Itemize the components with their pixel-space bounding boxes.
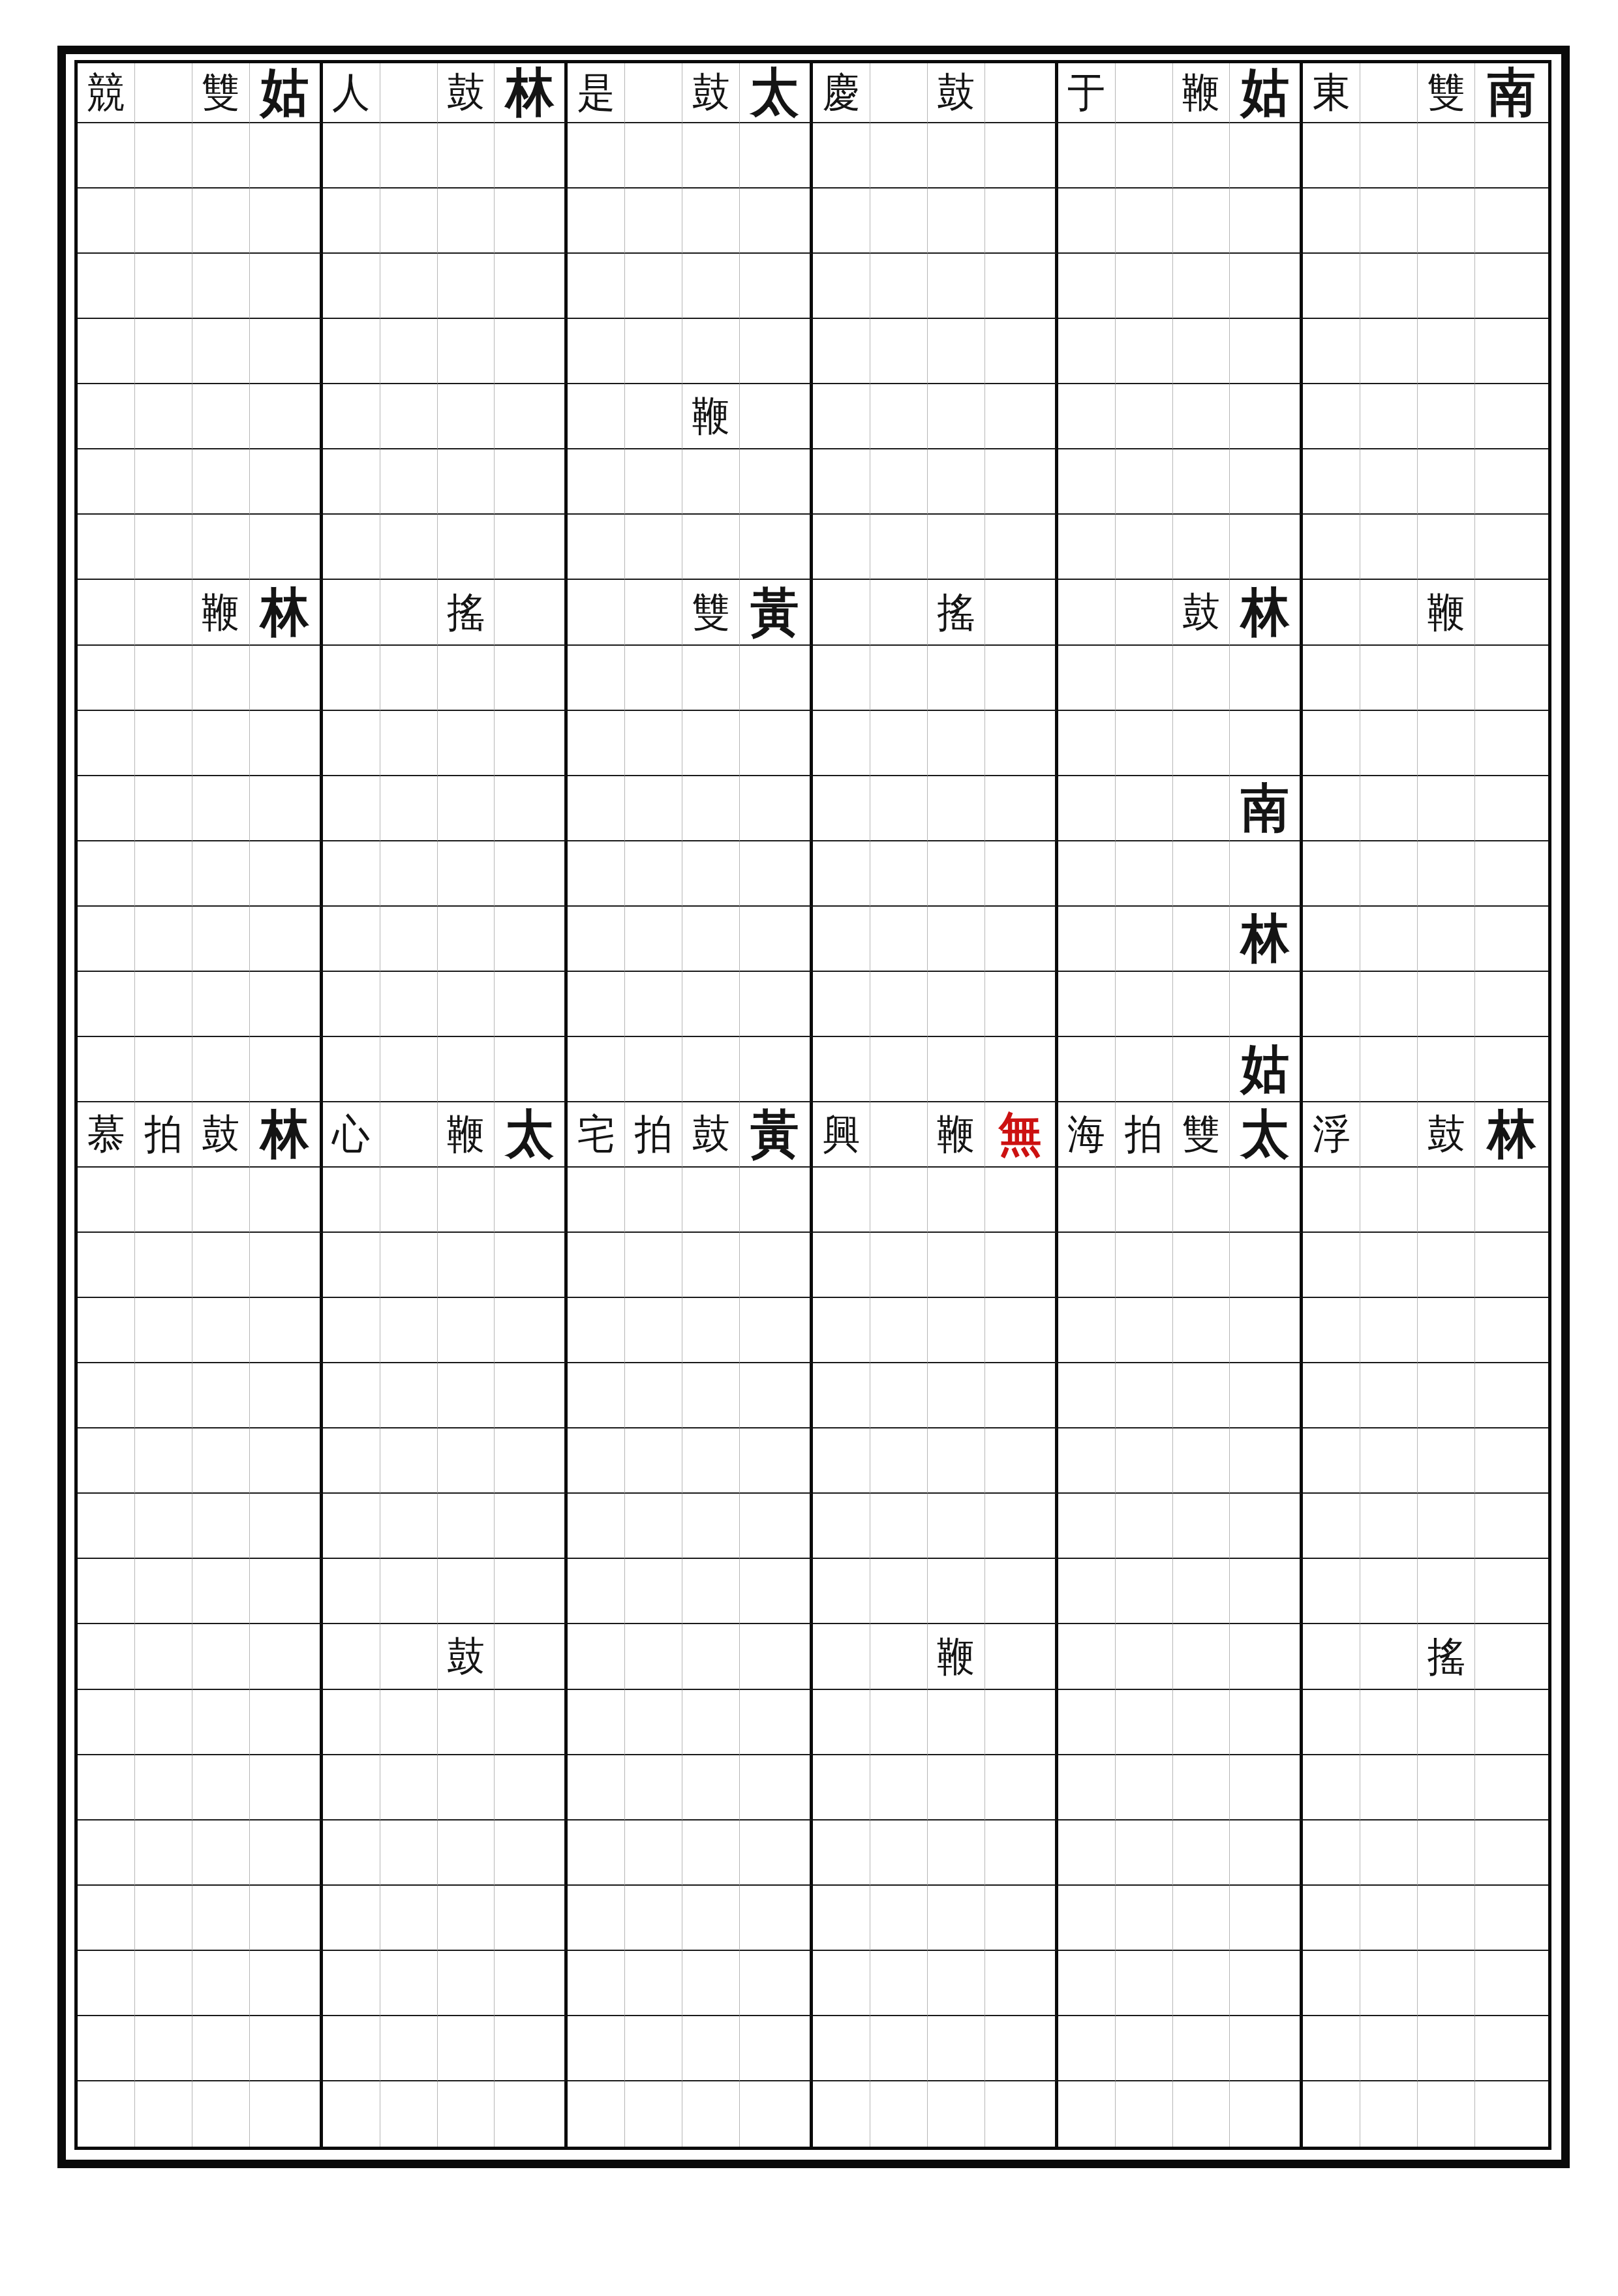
- grid-cell-r18c8: [495, 1168, 568, 1233]
- grid-cell-r19c19: [1173, 1233, 1230, 1298]
- grid-cell-r32c13: [813, 2081, 870, 2147]
- grid-cell-r4c21: [1303, 254, 1360, 319]
- grid-cell-r3c4: [250, 189, 323, 254]
- grid-cell-r20c18: [1116, 1298, 1173, 1363]
- grid-cell-r20c4: [250, 1298, 323, 1363]
- grid-cell-r25c18: [1116, 1624, 1173, 1689]
- grid-cell-r26c11: [682, 1690, 740, 1755]
- grid-cell-r7c16: [985, 449, 1058, 515]
- grid-cell-r32c9: [568, 2081, 625, 2147]
- grid-cell-r24c16: [985, 1559, 1058, 1624]
- grid-cell-r25c3: [192, 1624, 250, 1689]
- grid-cell-r23c23: [1418, 1494, 1475, 1559]
- grid-cell-r19c2: [135, 1233, 192, 1298]
- grid-cell-r10c11: [682, 646, 740, 711]
- grid-cell-r21c13: [813, 1363, 870, 1428]
- score-character: 姑: [260, 67, 309, 119]
- grid-cell-r10c12: [740, 646, 813, 711]
- grid-cell-r20c19: [1173, 1298, 1230, 1363]
- grid-cell-r21c23: [1418, 1363, 1475, 1428]
- grid-cell-r23c12: [740, 1494, 813, 1559]
- grid-cell-r25c11: [682, 1624, 740, 1689]
- grid-cell-r8c15: [928, 515, 985, 580]
- grid-cell-r30c3: [192, 1951, 250, 2016]
- grid-cell-r21c10: [625, 1363, 682, 1428]
- grid-cell-r32c15: [928, 2081, 985, 2147]
- grid-cell-r11c2: [135, 711, 192, 776]
- grid-cell-r9c17: [1058, 580, 1116, 645]
- grid-cell-r12c19: [1173, 776, 1230, 841]
- grid-cell-r16c6: [380, 1037, 438, 1102]
- grid-cell-r30c22: [1360, 1951, 1418, 2016]
- grid-cell-r18c12: [740, 1168, 813, 1233]
- grid-cell-r26c9: [568, 1690, 625, 1755]
- grid-cell-r18c4: [250, 1168, 323, 1233]
- grid-cell-r26c17: [1058, 1690, 1116, 1755]
- grid-cell-r6c2: [135, 384, 192, 449]
- grid-cell-r29c23: [1418, 1886, 1475, 1951]
- grid-cell-r8c19: [1173, 515, 1230, 580]
- grid-cell-r3c9: [568, 189, 625, 254]
- grid-cell-r14c24: [1475, 907, 1548, 972]
- grid-cell-r2c3: [192, 123, 250, 189]
- score-character: 鞭: [937, 1114, 975, 1155]
- grid-cell-r21c20: [1230, 1363, 1303, 1428]
- grid-cell-r4c1: [78, 254, 135, 319]
- grid-cell-r26c16: [985, 1690, 1058, 1755]
- grid-cell-r21c15: [928, 1363, 985, 1428]
- grid-cell-r13c4: [250, 841, 323, 907]
- grid-cell-r27c6: [380, 1755, 438, 1820]
- grid-cell-r18c1: [78, 1168, 135, 1233]
- grid-cell-r30c10: [625, 1951, 682, 2016]
- grid-cell-r8c22: [1360, 515, 1418, 580]
- grid-cell-r25c24: [1475, 1624, 1548, 1689]
- grid-cell-r27c15: [928, 1755, 985, 1820]
- grid-cell-r3c15: [928, 189, 985, 254]
- grid-cell-r32c7: [438, 2081, 495, 2147]
- grid-cell-r7c19: [1173, 449, 1230, 515]
- grid-cell-r30c16: [985, 1951, 1058, 2016]
- grid-cell-r4c13: [813, 254, 870, 319]
- grid-cell-r3c12: [740, 189, 813, 254]
- grid-cell-r31c10: [625, 2016, 682, 2081]
- grid-cell-r7c9: [568, 449, 625, 515]
- grid-cell-r24c15: [928, 1559, 985, 1624]
- grid-cell-r16c2: [135, 1037, 192, 1102]
- grid-cell-r25c15: 鞭: [928, 1624, 985, 1689]
- grid-cell-r14c4: [250, 907, 323, 972]
- score-character: 黃: [751, 1108, 799, 1160]
- grid-cell-r2c13: [813, 123, 870, 189]
- grid-cell-r1c4: 姑: [250, 63, 323, 123]
- grid-cell-r27c10: [625, 1755, 682, 1820]
- grid-cell-r3c18: [1116, 189, 1173, 254]
- grid-cell-r21c5: [323, 1363, 380, 1428]
- grid-cell-r32c5: [323, 2081, 380, 2147]
- grid-cell-r31c8: [495, 2016, 568, 2081]
- score-character: 雙: [1182, 1114, 1220, 1155]
- grid-cell-r32c19: [1173, 2081, 1230, 2147]
- grid-cell-r7c7: [438, 449, 495, 515]
- grid-cell-r31c13: [813, 2016, 870, 2081]
- grid-cell-r24c1: [78, 1559, 135, 1624]
- grid-cell-r14c15: [928, 907, 985, 972]
- grid-cell-r29c8: [495, 1886, 568, 1951]
- grid-cell-r3c10: [625, 189, 682, 254]
- grid-cell-r30c11: [682, 1951, 740, 2016]
- grid-cell-r27c14: [870, 1755, 928, 1820]
- grid-cell-r31c24: [1475, 2016, 1548, 2081]
- grid-cell-r12c6: [380, 776, 438, 841]
- grid-cell-r3c17: [1058, 189, 1116, 254]
- grid-cell-r13c1: [78, 841, 135, 907]
- grid-cell-r30c4: [250, 1951, 323, 2016]
- grid-cell-r22c4: [250, 1428, 323, 1494]
- grid-cell-r14c19: [1173, 907, 1230, 972]
- grid-cell-r10c4: [250, 646, 323, 711]
- grid-cell-r15c10: [625, 972, 682, 1037]
- grid-cell-r5c23: [1418, 319, 1475, 384]
- grid-cell-r14c22: [1360, 907, 1418, 972]
- grid-cell-r4c10: [625, 254, 682, 319]
- grid-cell-r1c3: 雙: [192, 63, 250, 123]
- grid-cell-r12c13: [813, 776, 870, 841]
- grid-cell-r5c21: [1303, 319, 1360, 384]
- grid-cell-r5c1: [78, 319, 135, 384]
- grid-cell-r22c3: [192, 1428, 250, 1494]
- grid-cell-r1c7: 鼓: [438, 63, 495, 123]
- grid-cell-r26c14: [870, 1690, 928, 1755]
- grid-cell-r23c14: [870, 1494, 928, 1559]
- grid-cell-r16c3: [192, 1037, 250, 1102]
- grid-cell-r10c13: [813, 646, 870, 711]
- grid-cell-r30c14: [870, 1951, 928, 2016]
- grid-cell-r9c11: 雙: [682, 580, 740, 645]
- grid-cell-r26c12: [740, 1690, 813, 1755]
- grid-cell-r1c20: 姑: [1230, 63, 1303, 123]
- grid-cell-r14c7: [438, 907, 495, 972]
- score-character: 林: [1241, 913, 1289, 965]
- score-character: 鞭: [1427, 592, 1465, 633]
- grid-cell-r25c16: [985, 1624, 1058, 1689]
- grid-cell-r7c2: [135, 449, 192, 515]
- grid-cell-r29c19: [1173, 1886, 1230, 1951]
- grid-cell-r10c18: [1116, 646, 1173, 711]
- grid-cell-r7c21: [1303, 449, 1360, 515]
- grid-cell-r14c1: [78, 907, 135, 972]
- grid-cell-r6c8: [495, 384, 568, 449]
- grid-cell-r28c21: [1303, 1820, 1360, 1886]
- grid-cell-r14c23: [1418, 907, 1475, 972]
- grid-cell-r28c8: [495, 1820, 568, 1886]
- grid-cell-r1c16: [985, 63, 1058, 123]
- grid-cell-r15c6: [380, 972, 438, 1037]
- grid-cell-r9c21: [1303, 580, 1360, 645]
- grid-cell-r24c3: [192, 1559, 250, 1624]
- grid-cell-r8c11: [682, 515, 740, 580]
- grid-cell-r2c5: [323, 123, 380, 189]
- grid-cell-r10c15: [928, 646, 985, 711]
- grid-cell-r9c2: [135, 580, 192, 645]
- grid-cell-r7c6: [380, 449, 438, 515]
- grid-cell-r24c12: [740, 1559, 813, 1624]
- score-character: 慶: [822, 72, 860, 113]
- grid-cell-r6c16: [985, 384, 1058, 449]
- grid-cell-r16c10: [625, 1037, 682, 1102]
- grid-cell-r11c9: [568, 711, 625, 776]
- grid-cell-r16c4: [250, 1037, 323, 1102]
- grid-cell-r32c3: [192, 2081, 250, 2147]
- grid-cell-r26c15: [928, 1690, 985, 1755]
- grid-cell-r25c12: [740, 1624, 813, 1689]
- grid-cell-r31c20: [1230, 2016, 1303, 2081]
- grid-cell-r17c5: 心: [323, 1102, 380, 1168]
- grid-cell-r23c10: [625, 1494, 682, 1559]
- grid-cell-r8c24: [1475, 515, 1548, 580]
- grid-cell-r2c4: [250, 123, 323, 189]
- grid-cell-r11c14: [870, 711, 928, 776]
- grid-cell-r15c11: [682, 972, 740, 1037]
- grid-cell-r32c12: [740, 2081, 813, 2147]
- grid-cell-r16c15: [928, 1037, 985, 1102]
- grid-cell-r28c15: [928, 1820, 985, 1886]
- grid-cell-r18c15: [928, 1168, 985, 1233]
- grid-cell-r26c19: [1173, 1690, 1230, 1755]
- grid-cell-r10c9: [568, 646, 625, 711]
- score-character: 雙: [202, 72, 239, 113]
- grid-cell-r13c8: [495, 841, 568, 907]
- grid-cell-r6c17: [1058, 384, 1116, 449]
- score-character: 雙: [692, 592, 730, 633]
- grid-cell-r3c24: [1475, 189, 1548, 254]
- grid-cell-r26c23: [1418, 1690, 1475, 1755]
- grid-cell-r11c10: [625, 711, 682, 776]
- grid-cell-r5c19: [1173, 319, 1230, 384]
- grid-cell-r27c22: [1360, 1755, 1418, 1820]
- grid-cell-r16c23: [1418, 1037, 1475, 1102]
- grid-cell-r32c4: [250, 2081, 323, 2147]
- grid-cell-r28c7: [438, 1820, 495, 1886]
- grid-cell-r13c10: [625, 841, 682, 907]
- grid-cell-r5c3: [192, 319, 250, 384]
- grid-cell-r16c20: 姑: [1230, 1037, 1303, 1102]
- grid-cell-r25c22: [1360, 1624, 1418, 1689]
- grid-cell-r16c7: [438, 1037, 495, 1102]
- grid-cell-r6c5: [323, 384, 380, 449]
- grid-cell-r3c22: [1360, 189, 1418, 254]
- grid-cell-r24c14: [870, 1559, 928, 1624]
- grid-cell-r17c3: 鼓: [192, 1102, 250, 1168]
- grid-cell-r30c7: [438, 1951, 495, 2016]
- grid-cell-r12c2: [135, 776, 192, 841]
- grid-cell-r5c22: [1360, 319, 1418, 384]
- grid-cell-r23c5: [323, 1494, 380, 1559]
- grid-cell-r13c13: [813, 841, 870, 907]
- score-character: 浮: [1313, 1114, 1351, 1155]
- grid-cell-r18c3: [192, 1168, 250, 1233]
- grid-cell-r13c12: [740, 841, 813, 907]
- grid-cell-r5c14: [870, 319, 928, 384]
- grid-cell-r21c12: [740, 1363, 813, 1428]
- grid-cell-r22c14: [870, 1428, 928, 1494]
- grid-cell-r9c10: [625, 580, 682, 645]
- grid-cell-r24c11: [682, 1559, 740, 1624]
- grid-cell-r20c23: [1418, 1298, 1475, 1363]
- grid-cell-r28c6: [380, 1820, 438, 1886]
- grid-cell-r19c18: [1116, 1233, 1173, 1298]
- grid-cell-r9c4: 林: [250, 580, 323, 645]
- grid-cell-r21c18: [1116, 1363, 1173, 1428]
- grid-cell-r19c23: [1418, 1233, 1475, 1298]
- grid-cell-r24c24: [1475, 1559, 1548, 1624]
- grid-cell-r25c19: [1173, 1624, 1230, 1689]
- grid-cell-r20c6: [380, 1298, 438, 1363]
- grid-cell-r4c18: [1116, 254, 1173, 319]
- grid-cell-r12c22: [1360, 776, 1418, 841]
- grid-cell-r12c10: [625, 776, 682, 841]
- grid-cell-r32c11: [682, 2081, 740, 2147]
- grid-cell-r30c5: [323, 1951, 380, 2016]
- grid-cell-r3c8: [495, 189, 568, 254]
- grid-cell-r22c2: [135, 1428, 192, 1494]
- grid-cell-r8c21: [1303, 515, 1360, 580]
- grid-cell-r6c23: [1418, 384, 1475, 449]
- grid-cell-r31c15: [928, 2016, 985, 2081]
- grid-cell-r2c8: [495, 123, 568, 189]
- score-character: 林: [1488, 1108, 1536, 1160]
- grid-cell-r18c10: [625, 1168, 682, 1233]
- grid-cell-r13c7: [438, 841, 495, 907]
- grid-cell-r11c18: [1116, 711, 1173, 776]
- grid-cell-r13c15: [928, 841, 985, 907]
- grid-cell-r23c21: [1303, 1494, 1360, 1559]
- grid-cell-r31c21: [1303, 2016, 1360, 2081]
- score-character: 搖: [937, 592, 975, 633]
- grid-cell-r30c20: [1230, 1951, 1303, 2016]
- grid-cell-r29c14: [870, 1886, 928, 1951]
- grid-cell-r18c21: [1303, 1168, 1360, 1233]
- grid-cell-r9c12: 黃: [740, 580, 813, 645]
- grid-cell-r3c21: [1303, 189, 1360, 254]
- grid-cell-r22c16: [985, 1428, 1058, 1494]
- grid-cell-r25c17: [1058, 1624, 1116, 1689]
- grid-cell-r10c16: [985, 646, 1058, 711]
- score-character: 黃: [751, 586, 799, 639]
- grid-cell-r2c7: [438, 123, 495, 189]
- grid-cell-r16c5: [323, 1037, 380, 1102]
- grid-cell-r28c4: [250, 1820, 323, 1886]
- score-character: 宅: [577, 1114, 615, 1155]
- score-character: 鼓: [447, 72, 485, 113]
- grid-cell-r21c22: [1360, 1363, 1418, 1428]
- grid-cell-r8c2: [135, 515, 192, 580]
- grid-cell-r23c18: [1116, 1494, 1173, 1559]
- grid-cell-r13c20: [1230, 841, 1303, 907]
- grid-cell-r15c16: [985, 972, 1058, 1037]
- grid-cell-r16c11: [682, 1037, 740, 1102]
- grid-cell-r17c22: [1360, 1102, 1418, 1168]
- grid-cell-r8c6: [380, 515, 438, 580]
- grid-cell-r14c2: [135, 907, 192, 972]
- grid-cell-r14c3: [192, 907, 250, 972]
- grid-cell-r13c2: [135, 841, 192, 907]
- grid-cell-r5c8: [495, 319, 568, 384]
- grid-cell-r28c18: [1116, 1820, 1173, 1886]
- grid-cell-r7c14: [870, 449, 928, 515]
- grid-cell-r24c7: [438, 1559, 495, 1624]
- grid-cell-r8c17: [1058, 515, 1116, 580]
- grid-cell-r12c1: [78, 776, 135, 841]
- grid-cell-r18c11: [682, 1168, 740, 1233]
- grid-cell-r4c2: [135, 254, 192, 319]
- grid-cell-r24c23: [1418, 1559, 1475, 1624]
- grid-cell-r13c23: [1418, 841, 1475, 907]
- grid-cell-r29c24: [1475, 1886, 1548, 1951]
- grid-cell-r11c16: [985, 711, 1058, 776]
- grid-cell-r22c22: [1360, 1428, 1418, 1494]
- grid-cell-r11c19: [1173, 711, 1230, 776]
- grid-cell-r19c16: [985, 1233, 1058, 1298]
- grid-cell-r1c6: [380, 63, 438, 123]
- grid-cell-r30c18: [1116, 1951, 1173, 2016]
- grid-cell-r5c5: [323, 319, 380, 384]
- grid-cell-r6c3: [192, 384, 250, 449]
- grid-cell-r11c11: [682, 711, 740, 776]
- grid-cell-r6c21: [1303, 384, 1360, 449]
- grid-cell-r26c18: [1116, 1690, 1173, 1755]
- grid-cell-r11c21: [1303, 711, 1360, 776]
- grid-cell-r28c9: [568, 1820, 625, 1886]
- grid-cell-r21c14: [870, 1363, 928, 1428]
- grid-cell-r16c19: [1173, 1037, 1230, 1102]
- grid-cell-r20c17: [1058, 1298, 1116, 1363]
- grid-cell-r25c5: [323, 1624, 380, 1689]
- grid-cell-r14c13: [813, 907, 870, 972]
- grid-cell-r6c22: [1360, 384, 1418, 449]
- grid-cell-r24c4: [250, 1559, 323, 1624]
- grid-cell-r10c7: [438, 646, 495, 711]
- grid-cell-r17c10: 拍: [625, 1102, 682, 1168]
- grid-cell-r13c16: [985, 841, 1058, 907]
- grid-cell-r19c12: [740, 1233, 813, 1298]
- grid-cell-r6c14: [870, 384, 928, 449]
- grid-cell-r17c16: 無: [985, 1102, 1058, 1168]
- grid-cell-r20c14: [870, 1298, 928, 1363]
- grid-cell-r15c7: [438, 972, 495, 1037]
- grid-cell-r26c13: [813, 1690, 870, 1755]
- grid-cell-r15c23: [1418, 972, 1475, 1037]
- grid-cell-r19c3: [192, 1233, 250, 1298]
- grid-cell-r6c18: [1116, 384, 1173, 449]
- grid-cell-r17c19: 雙: [1173, 1102, 1230, 1168]
- grid-cell-r12c24: [1475, 776, 1548, 841]
- grid-cell-r30c12: [740, 1951, 813, 2016]
- grid-cell-r2c15: [928, 123, 985, 189]
- grid-cell-r17c1: 慕: [78, 1102, 135, 1168]
- grid-cell-r30c15: [928, 1951, 985, 2016]
- grid-cell-r10c2: [135, 646, 192, 711]
- grid-cell-r28c10: [625, 1820, 682, 1886]
- grid-cell-r2c16: [985, 123, 1058, 189]
- grid-cell-r29c2: [135, 1886, 192, 1951]
- grid-cell-r4c3: [192, 254, 250, 319]
- grid-cell-r5c6: [380, 319, 438, 384]
- grid-cell-r23c17: [1058, 1494, 1116, 1559]
- grid-cell-r2c17: [1058, 123, 1116, 189]
- grid-cell-r20c9: [568, 1298, 625, 1363]
- grid-cell-r23c9: [568, 1494, 625, 1559]
